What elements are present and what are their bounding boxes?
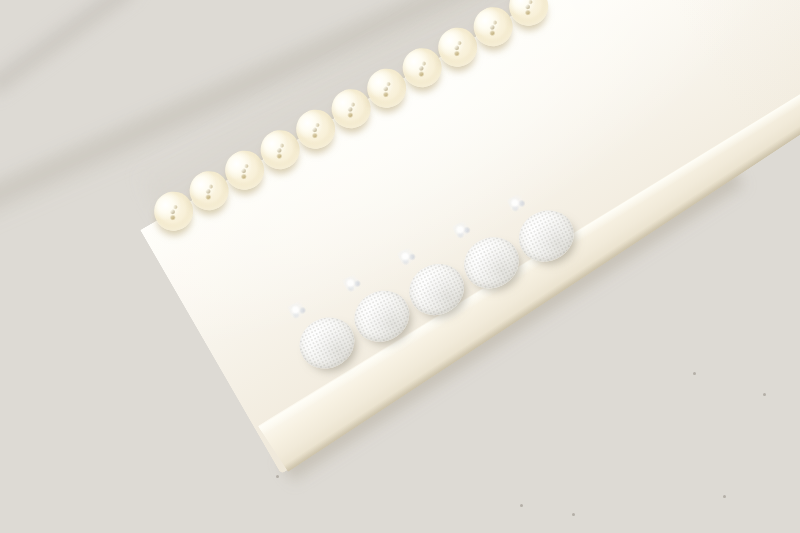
dust-speck xyxy=(693,372,696,375)
dust-speck xyxy=(723,495,726,498)
photo-scene xyxy=(0,0,800,533)
sleeve-cuff-fabric xyxy=(140,0,800,474)
dust-speck xyxy=(276,475,279,478)
dust-speck xyxy=(572,513,575,516)
dust-speck xyxy=(520,504,523,507)
dust-speck xyxy=(763,393,766,396)
